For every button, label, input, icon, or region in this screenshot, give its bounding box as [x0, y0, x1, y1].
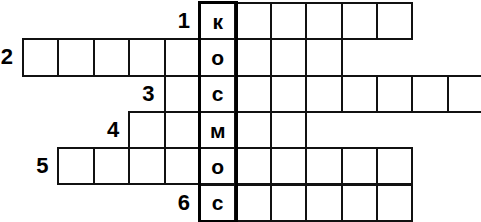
keyword-cell-r6c6[interactable]: с: [199, 184, 236, 222]
cell-r3c10[interactable]: [341, 75, 378, 113]
clue-number-2: 2: [0, 38, 13, 76]
clue-number-5: 5: [26, 147, 48, 185]
keyword-letter-3: с: [212, 83, 224, 104]
cell-r3c11[interactable]: [376, 75, 413, 113]
keyword-cell-r1c6[interactable]: к: [199, 2, 236, 40]
cell-r5c4[interactable]: [128, 147, 165, 185]
cell-r2c2[interactable]: [57, 38, 94, 76]
cell-r5c11[interactable]: [376, 147, 413, 185]
crossword-board: космос123456: [0, 0, 481, 222]
cell-r2c5[interactable]: [164, 38, 201, 76]
cell-r1c9[interactable]: [305, 2, 342, 40]
cell-r4c5[interactable]: [164, 111, 201, 149]
cell-r5c9[interactable]: [305, 147, 342, 185]
keyword-letter-6: с: [212, 192, 224, 213]
cell-r6c9[interactable]: [305, 184, 342, 222]
cell-r5c10[interactable]: [341, 147, 378, 185]
keyword-letter-1: к: [212, 11, 223, 32]
cell-r2c7[interactable]: [234, 38, 271, 76]
clue-number-4: 4: [97, 111, 119, 149]
keyword-letter-4: м: [210, 120, 226, 141]
keyword-cell-r5c6[interactable]: о: [199, 147, 236, 185]
cell-r3c5[interactable]: [164, 75, 201, 113]
cell-r2c4[interactable]: [128, 38, 165, 76]
cell-r2c3[interactable]: [93, 38, 130, 76]
keyword-letter-2: о: [211, 47, 224, 68]
cell-r1c8[interactable]: [270, 2, 307, 40]
cell-r1c10[interactable]: [341, 2, 378, 40]
cell-r5c5[interactable]: [164, 147, 201, 185]
cell-r6c7[interactable]: [234, 184, 271, 222]
cell-r2c8[interactable]: [270, 38, 307, 76]
cell-r4c8[interactable]: [270, 111, 307, 149]
cell-r1c7[interactable]: [234, 2, 271, 40]
cell-r5c8[interactable]: [270, 147, 307, 185]
cell-r3c7[interactable]: [234, 75, 271, 113]
clue-number-1: 1: [168, 2, 190, 40]
cell-r3c13[interactable]: [447, 75, 481, 113]
keyword-cell-r2c6[interactable]: о: [199, 38, 236, 76]
cell-r2c1[interactable]: [22, 38, 59, 76]
cell-r4c7[interactable]: [234, 111, 271, 149]
cell-r5c7[interactable]: [234, 147, 271, 185]
keyword-letter-5: о: [211, 156, 224, 177]
cell-r1c11[interactable]: [376, 2, 413, 40]
cell-r5c2[interactable]: [57, 147, 94, 185]
cell-r4c4[interactable]: [128, 111, 165, 149]
keyword-cell-r4c6[interactable]: м: [199, 111, 236, 149]
cell-r3c12[interactable]: [411, 75, 448, 113]
clue-number-3: 3: [133, 75, 155, 113]
cell-r5c3[interactable]: [93, 147, 130, 185]
cell-r6c10[interactable]: [341, 184, 378, 222]
cell-r2c9[interactable]: [305, 38, 342, 76]
clue-number-6: 6: [168, 184, 190, 222]
cell-r6c8[interactable]: [270, 184, 307, 222]
cell-r6c11[interactable]: [376, 184, 413, 222]
keyword-cell-r3c6[interactable]: с: [199, 75, 236, 113]
cell-r3c8[interactable]: [270, 75, 307, 113]
cell-r3c9[interactable]: [305, 75, 342, 113]
